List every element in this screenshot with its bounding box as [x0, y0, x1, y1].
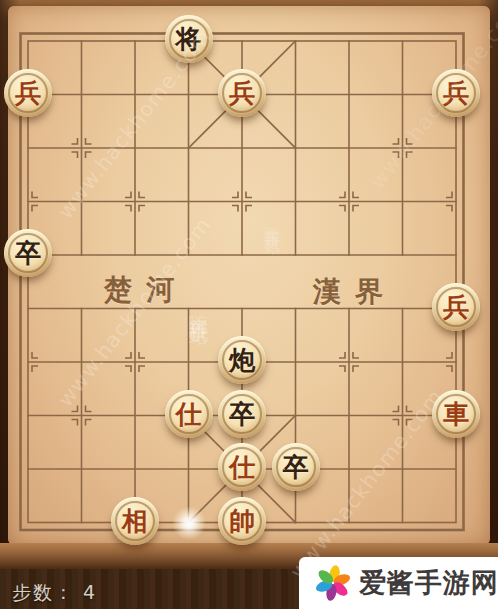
piece-red-general[interactable]: 帥 [218, 497, 266, 545]
piece-character: 卒 [15, 240, 41, 266]
piece-character: 仕 [229, 454, 255, 480]
move-counter-label: 步数： [12, 581, 75, 603]
piece-character: 炮 [229, 347, 255, 373]
piece-red-soldier[interactable]: 兵 [432, 69, 480, 117]
piece-character: 卒 [283, 454, 309, 480]
site-logo-text: 爱酱手游网 [359, 565, 498, 601]
site-logo-badge: 爱酱手游网 [299, 557, 498, 609]
last-move-highlight [172, 506, 206, 540]
piece-character: 相 [122, 508, 148, 534]
piece-black-cannon[interactable]: 炮 [218, 336, 266, 384]
piece-black-soldier[interactable]: 卒 [272, 443, 320, 491]
piece-character: 兵 [229, 80, 255, 106]
piece-character: 兵 [15, 80, 41, 106]
xiangqi-app-screen: 楚河 漢界 将兵兵兵卒兵炮仕卒車仕卒相帥 www.hackhome.com ww… [0, 0, 498, 609]
piece-red-advisor[interactable]: 仕 [165, 390, 213, 438]
piece-character: 兵 [443, 294, 469, 320]
piece-red-soldier[interactable]: 兵 [218, 69, 266, 117]
piece-red-soldier[interactable]: 兵 [4, 69, 52, 117]
piece-red-soldier[interactable]: 兵 [432, 283, 480, 331]
move-count-value: 4 [83, 581, 97, 603]
piece-black-general[interactable]: 将 [165, 15, 213, 63]
piece-red-elephant[interactable]: 相 [111, 497, 159, 545]
piece-black-soldier[interactable]: 卒 [4, 229, 52, 277]
pinwheel-flower-icon [315, 565, 351, 601]
piece-character: 将 [176, 26, 202, 52]
piece-red-advisor[interactable]: 仕 [218, 443, 266, 491]
piece-red-chariot[interactable]: 車 [432, 390, 480, 438]
move-counter: 步数：4 [12, 580, 97, 606]
piece-character: 卒 [229, 401, 255, 427]
piece-character: 兵 [443, 80, 469, 106]
piece-character: 仕 [176, 401, 202, 427]
piece-character: 車 [443, 401, 469, 427]
board[interactable]: 将兵兵兵卒兵炮仕卒車仕卒相帥 [1, 14, 483, 549]
piece-character: 帥 [229, 508, 255, 534]
piece-black-soldier[interactable]: 卒 [218, 390, 266, 438]
